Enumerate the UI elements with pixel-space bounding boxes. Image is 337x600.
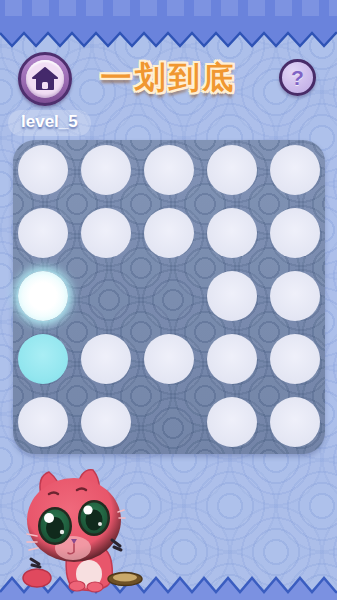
grid-dot[interactable] [18,208,68,258]
grid-dot[interactable] [270,208,320,258]
level-badge: level_5 [8,110,91,136]
grid-dot[interactable] [207,271,257,321]
grid-dot[interactable] [18,271,68,321]
cat-eye-left [38,507,72,545]
grid-empty-cell [144,271,194,321]
game-screen: 一划到底 ? level_5 [0,0,337,600]
grid-empty-cell [81,271,131,321]
grid-dot[interactable] [81,334,131,384]
grid-dot[interactable] [18,334,68,384]
grid-dot[interactable] [270,334,320,384]
question-mark-icon: ? [291,67,304,88]
grid-dot[interactable] [270,397,320,447]
grid-dot[interactable] [207,208,257,258]
top-zigzag-banner [0,0,337,48]
food-dish-icon [108,573,142,586]
cat-eye-right [78,500,110,536]
grid-dot[interactable] [81,397,131,447]
board-grid [13,140,325,454]
grid-dot[interactable] [207,334,257,384]
grid-empty-cell [144,397,194,447]
cat-tail [23,569,51,587]
grid-dot[interactable] [207,145,257,195]
grid-dot[interactable] [18,145,68,195]
grid-dot[interactable] [144,145,194,195]
grid-dot[interactable] [18,397,68,447]
help-button[interactable]: ? [279,59,316,96]
cat-mascot [15,468,145,596]
grid-dot[interactable] [144,208,194,258]
grid-dot[interactable] [270,271,320,321]
grid-dot[interactable] [81,145,131,195]
grid-dot[interactable] [207,397,257,447]
grid-dot[interactable] [270,145,320,195]
grid-dot[interactable] [81,208,131,258]
grid-dot[interactable] [144,334,194,384]
